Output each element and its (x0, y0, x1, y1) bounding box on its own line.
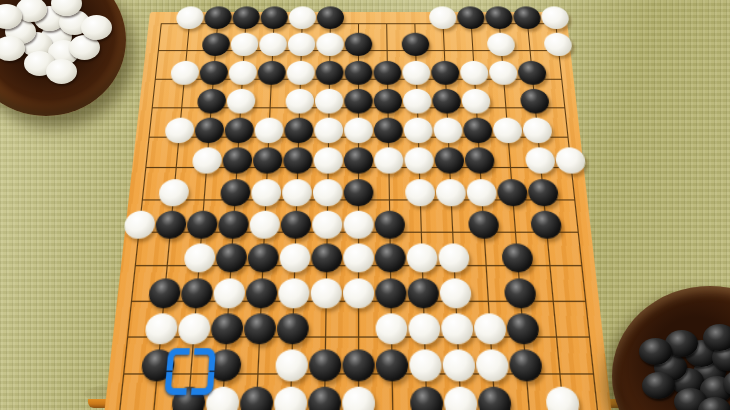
white-stone (342, 278, 373, 308)
white-stone (228, 60, 257, 84)
white-stone (191, 148, 222, 174)
black-stone (215, 244, 247, 273)
white-stone (433, 118, 463, 143)
white-stone (341, 387, 374, 410)
white-stone (521, 118, 552, 143)
white-stone (486, 33, 515, 56)
black-stone (282, 148, 312, 174)
white-stone (250, 179, 281, 206)
white-stone (404, 148, 434, 174)
white-stone (277, 278, 309, 308)
black-stone (343, 148, 372, 174)
white-stone (175, 6, 204, 29)
black-stone-in-bowl (703, 324, 730, 351)
black-stone (307, 387, 340, 410)
black-stone (464, 148, 495, 174)
black-stone (203, 6, 232, 29)
black-stone (477, 387, 512, 410)
black-stone (243, 313, 276, 344)
black-stone (374, 244, 405, 273)
white-stone (157, 179, 189, 206)
black-stone (239, 387, 273, 410)
black-stone (527, 179, 559, 206)
placement-cursor[interactable] (164, 348, 215, 395)
black-stone (343, 179, 373, 206)
cursor-corner-bl (164, 372, 188, 395)
white-stone (177, 313, 211, 344)
black-stone (180, 278, 213, 308)
white-stone (459, 60, 488, 84)
black-stone (245, 278, 278, 308)
black-stone (344, 60, 372, 84)
white-stone (443, 387, 477, 410)
black-stone (196, 89, 226, 114)
black-stone (373, 118, 402, 143)
white-stone (285, 89, 314, 114)
black-stone (315, 60, 343, 84)
black-stone (409, 387, 443, 410)
white-stone (310, 278, 342, 308)
black-stone (373, 60, 401, 84)
black-stone (375, 350, 408, 382)
black-stone (529, 211, 562, 239)
tatami-background (0, 0, 730, 410)
white-stone (488, 60, 518, 84)
black-stone (210, 313, 244, 344)
white-stone (344, 118, 373, 143)
black-stone (407, 278, 439, 308)
black-stone (519, 89, 550, 114)
white-stone (402, 60, 431, 84)
white-stone (273, 387, 307, 410)
white-stone (122, 211, 155, 239)
white-stone-bowl (0, 0, 126, 116)
black-stone (316, 6, 343, 29)
white-stone (253, 118, 283, 143)
white-stone (374, 148, 404, 174)
go-board[interactable] (93, 12, 623, 410)
white-stone (540, 6, 570, 29)
black-stone (401, 33, 429, 56)
black-stone (252, 148, 282, 174)
grid-line-vertical (555, 23, 607, 410)
white-stone (183, 244, 216, 273)
white-stone-in-bowl (46, 59, 77, 84)
white-stone-in-bowl (0, 36, 25, 61)
white-stone (343, 244, 374, 273)
black-stone (501, 244, 534, 273)
black-stone (344, 33, 372, 56)
white-stone (226, 89, 256, 114)
white-stone (403, 118, 433, 143)
white-stone (314, 89, 343, 114)
black-stone (231, 6, 259, 29)
black-stone (201, 33, 230, 56)
white-stone (475, 350, 509, 382)
white-stone (435, 179, 466, 206)
black-stone (434, 148, 464, 174)
white-stone (143, 313, 178, 344)
cursor-corner-tr (193, 348, 216, 370)
white-stone (408, 350, 441, 382)
white-stone (169, 60, 199, 84)
black-stone (221, 148, 252, 174)
white-stone (544, 387, 580, 410)
black-stone-in-bowl (642, 372, 675, 399)
white-stone (402, 89, 431, 114)
black-stone (456, 6, 484, 29)
white-stone (163, 118, 194, 143)
black-stone (147, 278, 181, 308)
black-stone (373, 89, 402, 114)
white-stone (314, 118, 343, 143)
cursor-corner-tl (167, 348, 190, 370)
black-stone (198, 60, 228, 84)
white-stone (406, 244, 438, 273)
black-stone (217, 211, 249, 239)
black-stone (311, 244, 342, 273)
white-stone (404, 179, 435, 206)
black-stone (283, 118, 313, 143)
black-stone (344, 89, 373, 114)
white-stone (258, 33, 287, 56)
white-stone (312, 179, 342, 206)
black-stone (308, 350, 341, 382)
white-stone (274, 350, 307, 382)
white-stone (461, 89, 491, 114)
white-stone (437, 244, 469, 273)
black-stone (484, 6, 513, 29)
black-stone-bowl (612, 286, 730, 410)
white-stone (311, 211, 342, 239)
white-stone (428, 6, 456, 29)
white-stone (375, 313, 407, 344)
black-stone (430, 60, 459, 84)
black-stone (276, 313, 309, 344)
black-stone (431, 89, 460, 114)
black-stone (375, 278, 407, 308)
cursor-corner-br (191, 372, 214, 395)
black-stone (342, 350, 374, 382)
black-stone (219, 179, 250, 206)
black-stone (503, 278, 536, 308)
black-stone (517, 60, 547, 84)
white-stone-in-bowl (81, 15, 112, 40)
white-stone (439, 278, 472, 308)
white-stone (286, 60, 315, 84)
black-stone (154, 211, 187, 239)
black-stone (260, 6, 288, 29)
white-stone (279, 244, 311, 273)
white-stone (408, 313, 441, 344)
black-stone (185, 211, 217, 239)
white-stone (343, 211, 373, 239)
white-stone (281, 179, 312, 206)
black-stone (467, 211, 499, 239)
white-stone (287, 33, 315, 56)
black-stone-in-bowl (639, 338, 672, 365)
black-stone (257, 60, 286, 84)
black-stone (247, 244, 279, 273)
black-stone (193, 118, 224, 143)
white-stone (543, 33, 573, 56)
black-stone (496, 179, 528, 206)
white-stone (315, 33, 343, 56)
white-stone (524, 148, 556, 174)
white-stone (288, 6, 316, 29)
black-stone (280, 211, 311, 239)
white-stone (248, 211, 279, 239)
black-stone (223, 118, 253, 143)
white-stone (440, 313, 473, 344)
white-stone (473, 313, 507, 344)
black-stone (505, 313, 539, 344)
white-stone (442, 350, 476, 382)
white-stone (212, 278, 245, 308)
black-stone (508, 350, 543, 382)
black-stone (512, 6, 541, 29)
white-stone (554, 148, 586, 174)
white-stone (229, 33, 258, 56)
white-stone (313, 148, 343, 174)
black-stone (462, 118, 492, 143)
white-stone (492, 118, 523, 143)
white-stone (466, 179, 497, 206)
black-stone (374, 211, 405, 239)
